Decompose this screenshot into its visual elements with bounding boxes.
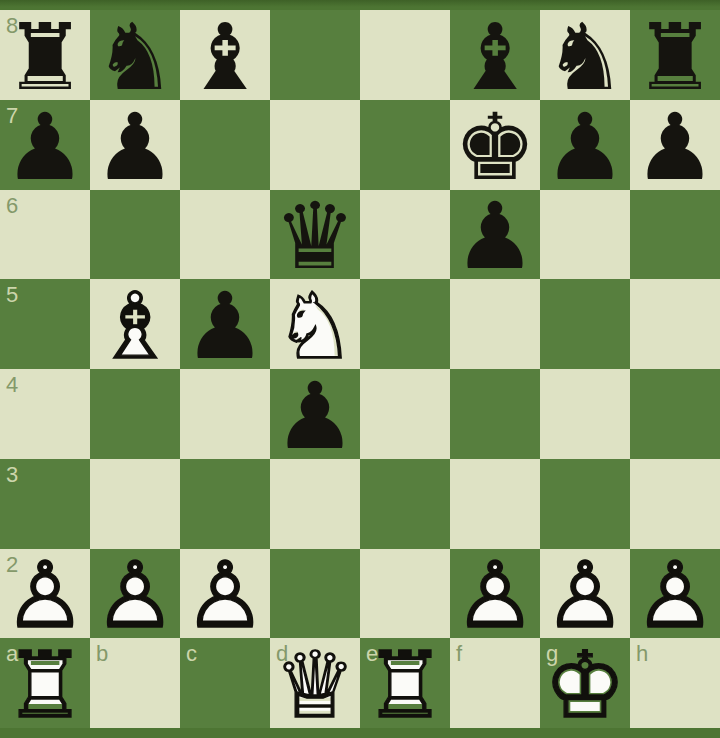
white-pawn-outline-icon: ♙ bbox=[0, 552, 90, 642]
black-king[interactable]: ♚ bbox=[450, 100, 540, 190]
black-king-icon: ♚ bbox=[450, 103, 540, 193]
square-b8[interactable]: ♞ bbox=[90, 10, 180, 100]
square-d1[interactable]: d♛♕ bbox=[270, 638, 360, 728]
black-knight-icon: ♞ bbox=[90, 13, 180, 103]
white-queen[interactable]: ♛♕ bbox=[270, 638, 360, 728]
square-a6[interactable]: 6 bbox=[0, 190, 90, 280]
square-c8[interactable]: ♝ bbox=[180, 10, 270, 100]
white-rook[interactable]: ♜♖ bbox=[0, 638, 90, 728]
file-label: c bbox=[186, 643, 197, 665]
square-b6[interactable] bbox=[90, 190, 180, 280]
square-e1[interactable]: e♜♖ bbox=[360, 638, 450, 728]
black-pawn[interactable]: ♟ bbox=[450, 190, 540, 280]
white-pawn-outline-icon: ♙ bbox=[630, 552, 720, 642]
square-b4[interactable] bbox=[90, 369, 180, 459]
black-rook[interactable]: ♜ bbox=[0, 10, 90, 100]
black-knight[interactable]: ♞ bbox=[90, 10, 180, 100]
square-f3[interactable] bbox=[450, 459, 540, 549]
square-a3[interactable]: 3 bbox=[0, 459, 90, 549]
square-h7[interactable]: ♟ bbox=[630, 100, 720, 190]
chess-board: 8♜♞♝♝♞♜7♟♟♚♟♟6♛♟5♝♗♟♞♘4♟32♟♙♟♙♟♙♟♙♟♙♟♙a♜… bbox=[0, 10, 720, 728]
square-g6[interactable] bbox=[540, 190, 630, 280]
white-bishop[interactable]: ♝♗ bbox=[90, 279, 180, 369]
white-rook-outline-icon: ♖ bbox=[0, 641, 90, 731]
white-rook-outline-icon: ♖ bbox=[360, 641, 450, 731]
square-c2[interactable]: ♟♙ bbox=[180, 549, 270, 639]
square-a5[interactable]: 5 bbox=[0, 279, 90, 369]
square-g1[interactable]: g♚♔ bbox=[540, 638, 630, 728]
black-knight[interactable]: ♞ bbox=[540, 10, 630, 100]
square-d6[interactable]: ♛ bbox=[270, 190, 360, 280]
square-g4[interactable] bbox=[540, 369, 630, 459]
black-pawn[interactable]: ♟ bbox=[180, 279, 270, 369]
square-f4[interactable] bbox=[450, 369, 540, 459]
square-g7[interactable]: ♟ bbox=[540, 100, 630, 190]
black-knight-icon: ♞ bbox=[540, 13, 630, 103]
white-king[interactable]: ♚♔ bbox=[540, 638, 630, 728]
square-f2[interactable]: ♟♙ bbox=[450, 549, 540, 639]
square-g5[interactable] bbox=[540, 279, 630, 369]
black-rook[interactable]: ♜ bbox=[630, 10, 720, 100]
black-queen-icon: ♛ bbox=[270, 193, 360, 283]
square-h6[interactable] bbox=[630, 190, 720, 280]
white-pawn-outline-icon: ♙ bbox=[450, 552, 540, 642]
chess-app-screen: 8♜♞♝♝♞♜7♟♟♚♟♟6♛♟5♝♗♟♞♘4♟32♟♙♟♙♟♙♟♙♟♙♟♙a♜… bbox=[0, 0, 720, 738]
square-f8[interactable]: ♝ bbox=[450, 10, 540, 100]
white-pawn[interactable]: ♟♙ bbox=[540, 549, 630, 639]
square-a8[interactable]: 8♜ bbox=[0, 10, 90, 100]
square-e7[interactable] bbox=[360, 100, 450, 190]
black-bishop-icon: ♝ bbox=[450, 13, 540, 103]
square-f6[interactable]: ♟ bbox=[450, 190, 540, 280]
square-c4[interactable] bbox=[180, 369, 270, 459]
square-f1[interactable]: f bbox=[450, 638, 540, 728]
black-pawn-icon: ♟ bbox=[180, 282, 270, 372]
black-bishop[interactable]: ♝ bbox=[180, 10, 270, 100]
white-knight[interactable]: ♞♘ bbox=[270, 279, 360, 369]
black-pawn[interactable]: ♟ bbox=[90, 100, 180, 190]
white-pawn[interactable]: ♟♙ bbox=[90, 549, 180, 639]
square-e8[interactable] bbox=[360, 10, 450, 100]
square-h8[interactable]: ♜ bbox=[630, 10, 720, 100]
file-label: f bbox=[456, 643, 462, 665]
black-pawn-icon: ♟ bbox=[0, 103, 90, 193]
white-pawn[interactable]: ♟♙ bbox=[180, 549, 270, 639]
square-h4[interactable] bbox=[630, 369, 720, 459]
white-pawn-outline-icon: ♙ bbox=[180, 552, 270, 642]
square-d8[interactable] bbox=[270, 10, 360, 100]
rank-label: 6 bbox=[6, 195, 18, 217]
white-king-outline-icon: ♔ bbox=[540, 641, 630, 731]
square-e6[interactable] bbox=[360, 190, 450, 280]
square-h5[interactable] bbox=[630, 279, 720, 369]
black-pawn-icon: ♟ bbox=[90, 103, 180, 193]
square-f7[interactable]: ♚ bbox=[450, 100, 540, 190]
square-e5[interactable] bbox=[360, 279, 450, 369]
black-pawn-icon: ♟ bbox=[540, 103, 630, 193]
square-c5[interactable]: ♟ bbox=[180, 279, 270, 369]
square-d3[interactable] bbox=[270, 459, 360, 549]
white-pawn-outline-icon: ♙ bbox=[540, 552, 630, 642]
square-b1[interactable]: b bbox=[90, 638, 180, 728]
square-d4[interactable]: ♟ bbox=[270, 369, 360, 459]
rank-label: 3 bbox=[6, 464, 18, 486]
square-c7[interactable] bbox=[180, 100, 270, 190]
square-a1[interactable]: a♜♖ bbox=[0, 638, 90, 728]
file-label: h bbox=[636, 643, 648, 665]
square-h1[interactable]: h bbox=[630, 638, 720, 728]
square-h3[interactable] bbox=[630, 459, 720, 549]
square-g2[interactable]: ♟♙ bbox=[540, 549, 630, 639]
square-c1[interactable]: c bbox=[180, 638, 270, 728]
black-rook-icon: ♜ bbox=[630, 13, 720, 103]
square-b3[interactable] bbox=[90, 459, 180, 549]
square-d7[interactable] bbox=[270, 100, 360, 190]
rank-label: 4 bbox=[6, 374, 18, 396]
black-bishop[interactable]: ♝ bbox=[450, 10, 540, 100]
square-c3[interactable] bbox=[180, 459, 270, 549]
black-pawn-icon: ♟ bbox=[630, 103, 720, 193]
black-bishop-icon: ♝ bbox=[180, 13, 270, 103]
square-d2[interactable] bbox=[270, 549, 360, 639]
black-pawn[interactable]: ♟ bbox=[540, 100, 630, 190]
black-pawn[interactable]: ♟ bbox=[0, 100, 90, 190]
file-label: b bbox=[96, 643, 108, 665]
square-e3[interactable] bbox=[360, 459, 450, 549]
white-pawn[interactable]: ♟♙ bbox=[0, 549, 90, 639]
square-b7[interactable]: ♟ bbox=[90, 100, 180, 190]
square-e4[interactable] bbox=[360, 369, 450, 459]
rank-label: 5 bbox=[6, 284, 18, 306]
square-g3[interactable] bbox=[540, 459, 630, 549]
white-bishop-outline-icon: ♗ bbox=[90, 282, 180, 372]
square-d5[interactable]: ♞♘ bbox=[270, 279, 360, 369]
black-rook-icon: ♜ bbox=[0, 13, 90, 103]
square-h2[interactable]: ♟♙ bbox=[630, 549, 720, 639]
square-g8[interactable]: ♞ bbox=[540, 10, 630, 100]
square-b2[interactable]: ♟♙ bbox=[90, 549, 180, 639]
black-pawn-icon: ♟ bbox=[450, 193, 540, 283]
white-pawn[interactable]: ♟♙ bbox=[450, 549, 540, 639]
white-rook[interactable]: ♜♖ bbox=[360, 638, 450, 728]
black-pawn[interactable]: ♟ bbox=[630, 100, 720, 190]
square-b5[interactable]: ♝♗ bbox=[90, 279, 180, 369]
black-queen[interactable]: ♛ bbox=[270, 190, 360, 280]
black-pawn[interactable]: ♟ bbox=[270, 369, 360, 459]
white-pawn-outline-icon: ♙ bbox=[90, 552, 180, 642]
square-e2[interactable] bbox=[360, 549, 450, 639]
black-pawn-icon: ♟ bbox=[270, 372, 360, 462]
square-a7[interactable]: 7♟ bbox=[0, 100, 90, 190]
white-knight-outline-icon: ♘ bbox=[270, 282, 360, 372]
white-queen-outline-icon: ♕ bbox=[270, 641, 360, 731]
square-f5[interactable] bbox=[450, 279, 540, 369]
square-c6[interactable] bbox=[180, 190, 270, 280]
square-a2[interactable]: 2♟♙ bbox=[0, 549, 90, 639]
square-a4[interactable]: 4 bbox=[0, 369, 90, 459]
white-pawn[interactable]: ♟♙ bbox=[630, 549, 720, 639]
